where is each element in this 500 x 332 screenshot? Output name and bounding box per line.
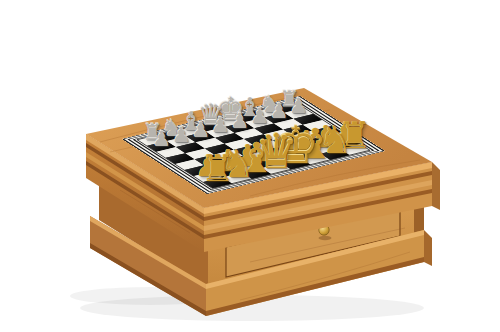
- lid-rim-right-cap: [432, 162, 440, 210]
- product-photo-miniature-chess-set: ♜♞♝♛♚♝♞♜♟♟♟♟♟♟♟♟♟♟♟♟♟♟♟♟♜♞♝♛♚♝♞♜: [0, 0, 500, 332]
- box-base-right-cap: [424, 230, 432, 266]
- drawer-knob-shadow: [319, 236, 332, 240]
